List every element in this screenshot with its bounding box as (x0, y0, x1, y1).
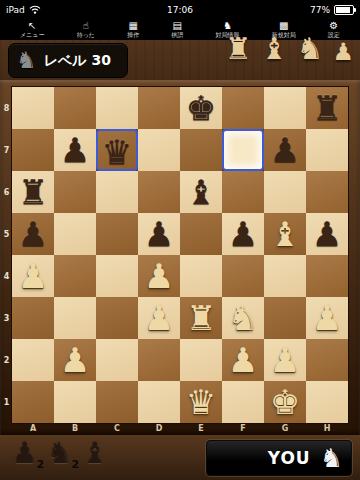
captured-black-pawn-icon: ♟ (12, 437, 37, 470)
square-d1[interactable] (138, 381, 180, 423)
battery-percent: 77% (310, 5, 330, 15)
square-e6[interactable]: ♝ (180, 171, 222, 213)
square-a7[interactable] (12, 129, 54, 171)
square-a4[interactable]: ♟ (12, 255, 54, 297)
toolbar-item-record[interactable]: ▤ 棋譜 (171, 20, 183, 38)
square-a6[interactable]: ♜ (12, 171, 54, 213)
square-c7[interactable]: ♛ (96, 129, 138, 171)
piece-white-pawn[interactable]: ♟ (222, 339, 264, 381)
file-label-f: F (222, 423, 264, 435)
square-g5[interactable]: ♝ (264, 213, 306, 255)
square-a5[interactable]: ♟ (12, 213, 54, 255)
square-e2[interactable] (180, 339, 222, 381)
piece-black-queen[interactable]: ♛ (98, 131, 136, 169)
white-knight-icon: ♞ (320, 445, 343, 471)
file-label-g: G (264, 423, 306, 435)
file-label-d: D (138, 423, 180, 435)
toolbar-item-label: メニュー (20, 31, 44, 38)
board-squares: ♚♜♟♛♟♜♝♟♟♟♝♟♟♟♟♜♞♟♟♟♟♛♚ (12, 87, 348, 423)
square-f1[interactable] (222, 381, 264, 423)
square-h7[interactable] (306, 129, 348, 171)
piece-black-pawn[interactable]: ♟ (306, 213, 348, 255)
square-c2[interactable] (96, 339, 138, 381)
square-c5[interactable] (96, 213, 138, 255)
captured-white-tray: ♜♝♞♟ (225, 34, 354, 64)
square-g6[interactable] (264, 171, 306, 213)
upper-panel: ♞ レベル 30 ♜♝♞♟ (0, 40, 360, 80)
square-h3[interactable]: ♟ (306, 297, 348, 339)
square-e3[interactable]: ♜ (180, 297, 222, 339)
square-e5[interactable] (180, 213, 222, 255)
square-g2[interactable]: ♟ (264, 339, 306, 381)
square-c8[interactable] (96, 87, 138, 129)
you-label: YOU (268, 448, 311, 468)
square-b3[interactable] (54, 297, 96, 339)
wifi-icon (29, 5, 41, 16)
captured-white-knight: ♞ (297, 34, 324, 64)
square-c4[interactable] (96, 255, 138, 297)
square-a8[interactable] (12, 87, 54, 129)
square-b2[interactable]: ♟ (54, 339, 96, 381)
captured-count: 2 (72, 458, 80, 471)
file-label-b: B (54, 423, 96, 435)
grid-icon: ▦ (128, 20, 137, 31)
square-h2[interactable] (306, 339, 348, 381)
toolbar-item-label: 操作 (127, 31, 139, 38)
square-e1[interactable]: ♛ (180, 381, 222, 423)
piece-white-pawn[interactable]: ♟ (264, 339, 306, 381)
file-label-h: H (306, 423, 348, 435)
square-c6[interactable] (96, 171, 138, 213)
piece-black-pawn[interactable]: ♟ (138, 213, 180, 255)
square-g4[interactable] (264, 255, 306, 297)
rank-label-6: 6 (2, 171, 11, 213)
square-e8[interactable]: ♚ (180, 87, 222, 129)
square-d4[interactable]: ♟ (138, 255, 180, 297)
piece-black-rook[interactable]: ♜ (12, 171, 54, 213)
square-f6[interactable] (222, 171, 264, 213)
file-label-a: A (12, 423, 54, 435)
square-d5[interactable]: ♟ (138, 213, 180, 255)
captured-white-pawn: ♟ (332, 40, 354, 64)
device-label: iPad (6, 5, 25, 15)
square-b4[interactable] (54, 255, 96, 297)
rank-label-4: 4 (2, 255, 11, 297)
captured-black-pawn: ♟2 (12, 439, 37, 469)
square-g8[interactable] (264, 87, 306, 129)
square-a3[interactable] (12, 297, 54, 339)
board-frame: 87654321 ♚♜♟♛♟♜♝♟♟♟♝♟♟♟♟♜♞♟♟♟♟♛♚ ABCDEFG… (0, 80, 360, 435)
square-f8[interactable] (222, 87, 264, 129)
square-b5[interactable] (54, 213, 96, 255)
battery-icon (334, 5, 354, 15)
level-badge: ♞ レベル 30 (8, 43, 128, 78)
rank-label-2: 2 (2, 339, 11, 381)
captured-black-tray: ♟2♞2♝ (12, 439, 107, 469)
wrench-icon: ⚙ (329, 20, 338, 31)
square-b1[interactable] (54, 381, 96, 423)
square-b8[interactable] (54, 87, 96, 129)
piece-black-rook[interactable]: ♜ (306, 87, 348, 129)
rank-label-1: 1 (2, 381, 11, 423)
knight-icon: ♞ (223, 20, 232, 31)
square-e7[interactable] (180, 129, 222, 171)
captured-black-knight-icon: ♞ (47, 437, 72, 470)
piece-black-pawn[interactable]: ♟ (222, 213, 264, 255)
square-f2[interactable]: ♟ (222, 339, 264, 381)
square-d7[interactable] (138, 129, 180, 171)
captured-white-rook: ♜ (225, 34, 252, 64)
toolbar-item-label: 待った (77, 31, 95, 38)
piece-white-pawn[interactable]: ♟ (138, 297, 180, 339)
rank-label-7: 7 (2, 129, 11, 171)
square-h8[interactable]: ♜ (306, 87, 348, 129)
black-knight-icon: ♞ (16, 49, 37, 72)
piece-white-knight[interactable]: ♞ (222, 297, 264, 339)
captured-black-bishop: ♝ (82, 439, 107, 469)
status-bar: iPad 17:06 77% (0, 0, 360, 20)
file-label-c: C (96, 423, 138, 435)
square-b7[interactable]: ♟ (54, 129, 96, 171)
square-g3[interactable] (264, 297, 306, 339)
piece-black-king[interactable]: ♚ (180, 87, 222, 129)
square-f5[interactable]: ♟ (222, 213, 264, 255)
square-d6[interactable] (138, 171, 180, 213)
you-button[interactable]: YOU ♞ (206, 440, 352, 476)
level-label: レベル 30 (44, 52, 111, 70)
square-f4[interactable] (222, 255, 264, 297)
square-d3[interactable]: ♟ (138, 297, 180, 339)
square-h5[interactable]: ♟ (306, 213, 348, 255)
square-h1[interactable] (306, 381, 348, 423)
square-b6[interactable] (54, 171, 96, 213)
square-d8[interactable] (138, 87, 180, 129)
piece-white-pawn[interactable]: ♟ (54, 339, 96, 381)
toolbar-item-operation[interactable]: ▦ 操作 (127, 20, 139, 38)
file-labels: ABCDEFGH (12, 423, 348, 435)
toolbar-item-menu[interactable]: ↖ メニュー (20, 20, 44, 38)
bottom-panel: ♟2♞2♝ YOU ♞ (0, 435, 360, 480)
square-a1[interactable] (12, 381, 54, 423)
piece-black-pawn[interactable]: ♟ (264, 129, 306, 171)
square-e4[interactable] (180, 255, 222, 297)
rank-label-3: 3 (2, 297, 11, 339)
cursor-icon: ↖ (28, 20, 36, 31)
square-c3[interactable] (96, 297, 138, 339)
piece-white-queen[interactable]: ♛ (180, 381, 222, 423)
square-g7[interactable]: ♟ (264, 129, 306, 171)
hand-icon: ☝ (83, 20, 89, 31)
piece-white-king[interactable]: ♚ (264, 381, 306, 423)
board-icon: ▩ (279, 20, 288, 31)
piece-white-rook[interactable]: ♜ (180, 297, 222, 339)
piece-black-pawn[interactable]: ♟ (12, 213, 54, 255)
record-icon: ▤ (173, 20, 182, 31)
square-g1[interactable]: ♚ (264, 381, 306, 423)
square-a2[interactable] (12, 339, 54, 381)
rank-labels: 87654321 (2, 87, 11, 423)
clock: 17:06 (167, 5, 193, 15)
square-h6[interactable] (306, 171, 348, 213)
toolbar-item-takeback[interactable]: ☝ 待った (77, 20, 95, 38)
toolbar-item-label: 棋譜 (171, 31, 183, 38)
captured-black-knight: ♞2 (47, 439, 72, 469)
square-d2[interactable] (138, 339, 180, 381)
captured-count: 2 (36, 458, 44, 471)
file-label-e: E (180, 423, 222, 435)
piece-white-pawn[interactable]: ♟ (306, 297, 348, 339)
square-f3[interactable]: ♞ (222, 297, 264, 339)
captured-black-bishop-icon: ♝ (82, 437, 107, 470)
piece-white-pawn[interactable]: ♟ (138, 255, 180, 297)
piece-white-pawn[interactable]: ♟ (12, 255, 54, 297)
square-c1[interactable] (96, 381, 138, 423)
piece-black-pawn[interactable]: ♟ (54, 129, 96, 171)
piece-black-bishop[interactable]: ♝ (180, 171, 222, 213)
square-h4[interactable] (306, 255, 348, 297)
rank-label-8: 8 (2, 87, 11, 129)
captured-white-bishop: ♝ (261, 34, 288, 64)
rank-label-5: 5 (2, 213, 11, 255)
square-f7[interactable] (222, 129, 264, 171)
piece-white-bishop[interactable]: ♝ (264, 213, 306, 255)
